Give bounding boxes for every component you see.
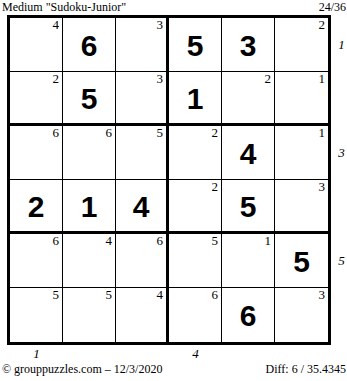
row-label-2 (336, 72, 347, 126)
given-digit: 5 (240, 190, 257, 222)
column-label-3 (116, 346, 169, 362)
cell-r6c5[interactable]: 6 (222, 288, 275, 342)
cell-r3c3[interactable]: 5 (116, 126, 169, 180)
cell-r3c2[interactable]: 6 (63, 126, 116, 180)
corner-mark: 6 (53, 126, 60, 140)
corner-mark: 5 (157, 126, 164, 140)
row-label-3: 3 (336, 126, 347, 180)
cell-r5c6[interactable]: 5 (275, 234, 328, 288)
corner-mark: 5 (106, 288, 113, 302)
given-digit: 6 (81, 29, 98, 61)
puzzle-counter: 24/36 (319, 0, 346, 15)
given-digit: 4 (240, 137, 257, 169)
cell-r1c6[interactable]: 2 (275, 18, 328, 72)
given-digit: 5 (187, 29, 204, 61)
cell-r3c4[interactable]: 2 (169, 126, 222, 180)
copyright-text: © grouppuzzles.com – 12/3/2020 (2, 362, 162, 377)
corner-mark: 3 (157, 18, 164, 32)
corner-mark: 6 (106, 126, 113, 140)
cell-r4c2[interactable]: 1 (63, 180, 116, 234)
cell-r5c1[interactable]: 6 (10, 234, 63, 288)
corner-mark: 2 (212, 180, 219, 194)
corner-mark: 3 (157, 72, 164, 86)
corner-mark: 6 (212, 288, 219, 302)
column-label-2 (63, 346, 116, 362)
cell-r6c6[interactable]: 3 (275, 288, 328, 342)
cell-r2c4[interactable]: 1 (169, 72, 222, 126)
cell-r2c6[interactable]: 1 (275, 72, 328, 126)
cell-r6c2[interactable]: 5 (63, 288, 116, 342)
row-label-5: 5 (336, 234, 347, 288)
corner-mark: 6 (53, 234, 60, 248)
cell-r1c4[interactable]: 5 (169, 18, 222, 72)
corner-mark: 6 (157, 234, 164, 248)
cell-r5c4[interactable]: 5 (169, 234, 222, 288)
corner-mark: 5 (212, 234, 219, 248)
corner-mark: 4 (157, 288, 164, 302)
cell-r3c6[interactable]: 1 (275, 126, 328, 180)
given-digit: 5 (81, 82, 98, 114)
difficulty-text: Diff: 6 / 35.4345 (266, 362, 346, 377)
cell-r6c3[interactable]: 4 (116, 288, 169, 342)
column-labels: 14 (10, 346, 328, 361)
row-labels: 135 (336, 18, 347, 342)
cell-r2c3[interactable]: 3 (116, 72, 169, 126)
given-digit: 5 (293, 245, 310, 277)
row-label-1: 1 (336, 18, 347, 72)
puzzle-page: Medium "Sudoku-Junior" 24/36 46353225312… (0, 0, 347, 381)
given-digit: 1 (187, 82, 204, 114)
cell-r5c3[interactable]: 6 (116, 234, 169, 288)
corner-mark: 1 (265, 234, 272, 248)
cell-r2c1[interactable]: 2 (10, 72, 63, 126)
cell-r5c5[interactable]: 1 (222, 234, 275, 288)
given-digit: 2 (28, 190, 45, 222)
cell-r2c2[interactable]: 5 (63, 72, 116, 126)
cell-r1c5[interactable]: 3 (222, 18, 275, 72)
column-label-1: 1 (10, 346, 63, 362)
given-digit: 3 (240, 29, 257, 61)
cell-r2c5[interactable]: 2 (222, 72, 275, 126)
cell-r6c4[interactable]: 6 (169, 288, 222, 342)
cell-r1c2[interactable]: 6 (63, 18, 116, 72)
corner-mark: 4 (106, 234, 113, 248)
cell-r3c5[interactable]: 4 (222, 126, 275, 180)
sudoku-board: 463532253121665241214253646515554663 (7, 15, 331, 345)
cell-r1c3[interactable]: 3 (116, 18, 169, 72)
corner-mark: 1 (319, 126, 326, 140)
cell-r5c2[interactable]: 4 (63, 234, 116, 288)
corner-mark: 3 (319, 288, 326, 302)
corner-mark: 4 (53, 18, 60, 32)
given-digit: 4 (133, 190, 150, 222)
cell-r4c4[interactable]: 2 (169, 180, 222, 234)
cell-r1c1[interactable]: 4 (10, 18, 63, 72)
corner-mark: 2 (319, 18, 326, 32)
footer: © grouppuzzles.com – 12/3/2020 Diff: 6 /… (2, 362, 346, 377)
corner-mark: 2 (212, 126, 219, 140)
corner-mark: 2 (53, 72, 60, 86)
column-label-4: 4 (169, 346, 222, 362)
page-title: Medium "Sudoku-Junior" (2, 0, 126, 15)
column-label-5 (222, 346, 275, 362)
cell-r4c3[interactable]: 4 (116, 180, 169, 234)
corner-mark: 1 (319, 72, 326, 86)
corner-mark: 3 (319, 180, 326, 194)
cell-r3c1[interactable]: 6 (10, 126, 63, 180)
column-label-6 (275, 346, 328, 362)
corner-mark: 5 (53, 288, 60, 302)
given-digit: 1 (81, 190, 98, 222)
cell-r4c5[interactable]: 5 (222, 180, 275, 234)
cell-r4c6[interactable]: 3 (275, 180, 328, 234)
cell-r4c1[interactable]: 2 (10, 180, 63, 234)
row-label-4 (336, 180, 347, 234)
cell-r6c1[interactable]: 5 (10, 288, 63, 342)
header: Medium "Sudoku-Junior" 24/36 (2, 0, 346, 15)
given-digit: 6 (240, 299, 257, 331)
row-label-6 (336, 288, 347, 342)
corner-mark: 2 (265, 72, 272, 86)
